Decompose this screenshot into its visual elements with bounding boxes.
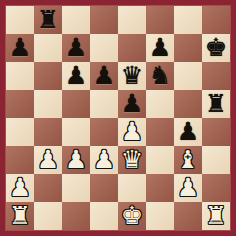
square-g2[interactable]: ♟	[174, 174, 202, 202]
square-b2[interactable]	[34, 174, 62, 202]
square-a6[interactable]	[6, 62, 34, 90]
square-d5[interactable]	[90, 90, 118, 118]
square-g6[interactable]	[174, 62, 202, 90]
square-e3[interactable]: ♛	[118, 146, 146, 174]
piece-white-bishop: ♝	[177, 146, 199, 174]
piece-black-pawn: ♟	[65, 62, 87, 90]
square-f7[interactable]: ♟	[146, 34, 174, 62]
piece-black-rook: ♜	[205, 90, 227, 118]
square-a5[interactable]	[6, 90, 34, 118]
square-g3[interactable]: ♝	[174, 146, 202, 174]
square-d8[interactable]	[90, 6, 118, 34]
square-h7[interactable]: ♚	[202, 34, 230, 62]
piece-black-knight: ♞	[149, 62, 171, 90]
square-c8[interactable]	[62, 6, 90, 34]
piece-white-queen: ♛	[121, 146, 143, 174]
square-b1[interactable]	[34, 202, 62, 230]
square-h8[interactable]	[202, 6, 230, 34]
piece-black-pawn: ♟	[65, 34, 87, 62]
board-border: ♜♟♟♟♚♟♟♛♞♟♜♟♟♟♟♟♛♝♟♟♜♚♜	[5, 5, 231, 231]
piece-black-queen: ♛	[121, 62, 143, 90]
square-e7[interactable]	[118, 34, 146, 62]
piece-white-rook: ♜	[9, 202, 31, 230]
square-d6[interactable]: ♟	[90, 62, 118, 90]
square-e2[interactable]	[118, 174, 146, 202]
piece-black-king: ♚	[205, 34, 227, 62]
piece-white-pawn: ♟	[121, 118, 143, 146]
square-b4[interactable]	[34, 118, 62, 146]
square-d2[interactable]	[90, 174, 118, 202]
square-e4[interactable]: ♟	[118, 118, 146, 146]
square-f1[interactable]	[146, 202, 174, 230]
square-g5[interactable]	[174, 90, 202, 118]
square-h4[interactable]	[202, 118, 230, 146]
piece-white-pawn: ♟	[9, 174, 31, 202]
square-a1[interactable]: ♜	[6, 202, 34, 230]
square-d1[interactable]	[90, 202, 118, 230]
square-e1[interactable]: ♚	[118, 202, 146, 230]
square-d7[interactable]	[90, 34, 118, 62]
piece-black-pawn: ♟	[121, 90, 143, 118]
square-d3[interactable]: ♟	[90, 146, 118, 174]
square-b7[interactable]	[34, 34, 62, 62]
square-b5[interactable]	[34, 90, 62, 118]
square-d4[interactable]	[90, 118, 118, 146]
square-h5[interactable]: ♜	[202, 90, 230, 118]
square-h6[interactable]	[202, 62, 230, 90]
square-a2[interactable]: ♟	[6, 174, 34, 202]
piece-white-pawn: ♟	[65, 146, 87, 174]
chess-board: ♜♟♟♟♚♟♟♛♞♟♜♟♟♟♟♟♛♝♟♟♜♚♜	[6, 6, 230, 230]
square-g1[interactable]	[174, 202, 202, 230]
square-c7[interactable]: ♟	[62, 34, 90, 62]
piece-white-pawn: ♟	[93, 146, 115, 174]
square-a8[interactable]	[6, 6, 34, 34]
square-c6[interactable]: ♟	[62, 62, 90, 90]
square-f3[interactable]	[146, 146, 174, 174]
piece-black-pawn: ♟	[177, 118, 199, 146]
piece-black-pawn: ♟	[149, 34, 171, 62]
square-h3[interactable]	[202, 146, 230, 174]
square-c2[interactable]	[62, 174, 90, 202]
piece-black-rook: ♜	[37, 6, 59, 34]
square-c1[interactable]	[62, 202, 90, 230]
square-g7[interactable]	[174, 34, 202, 62]
square-a3[interactable]	[6, 146, 34, 174]
square-f4[interactable]	[146, 118, 174, 146]
square-a7[interactable]: ♟	[6, 34, 34, 62]
piece-black-pawn: ♟	[93, 62, 115, 90]
piece-black-pawn: ♟	[9, 34, 31, 62]
square-e6[interactable]: ♛	[118, 62, 146, 90]
square-b8[interactable]: ♜	[34, 6, 62, 34]
piece-white-king: ♚	[121, 202, 143, 230]
square-e5[interactable]: ♟	[118, 90, 146, 118]
square-b3[interactable]: ♟	[34, 146, 62, 174]
square-e8[interactable]	[118, 6, 146, 34]
square-h2[interactable]	[202, 174, 230, 202]
square-f8[interactable]	[146, 6, 174, 34]
board-frame: ♜♟♟♟♚♟♟♛♞♟♜♟♟♟♟♟♛♝♟♟♜♚♜	[0, 0, 236, 236]
piece-white-rook: ♜	[205, 202, 227, 230]
square-c3[interactable]: ♟	[62, 146, 90, 174]
square-h1[interactable]: ♜	[202, 202, 230, 230]
square-g8[interactable]	[174, 6, 202, 34]
square-g4[interactable]: ♟	[174, 118, 202, 146]
square-f5[interactable]	[146, 90, 174, 118]
square-c5[interactable]	[62, 90, 90, 118]
piece-white-pawn: ♟	[177, 174, 199, 202]
square-b6[interactable]	[34, 62, 62, 90]
square-c4[interactable]	[62, 118, 90, 146]
square-f2[interactable]	[146, 174, 174, 202]
square-f6[interactable]: ♞	[146, 62, 174, 90]
square-a4[interactable]	[6, 118, 34, 146]
piece-white-pawn: ♟	[37, 146, 59, 174]
